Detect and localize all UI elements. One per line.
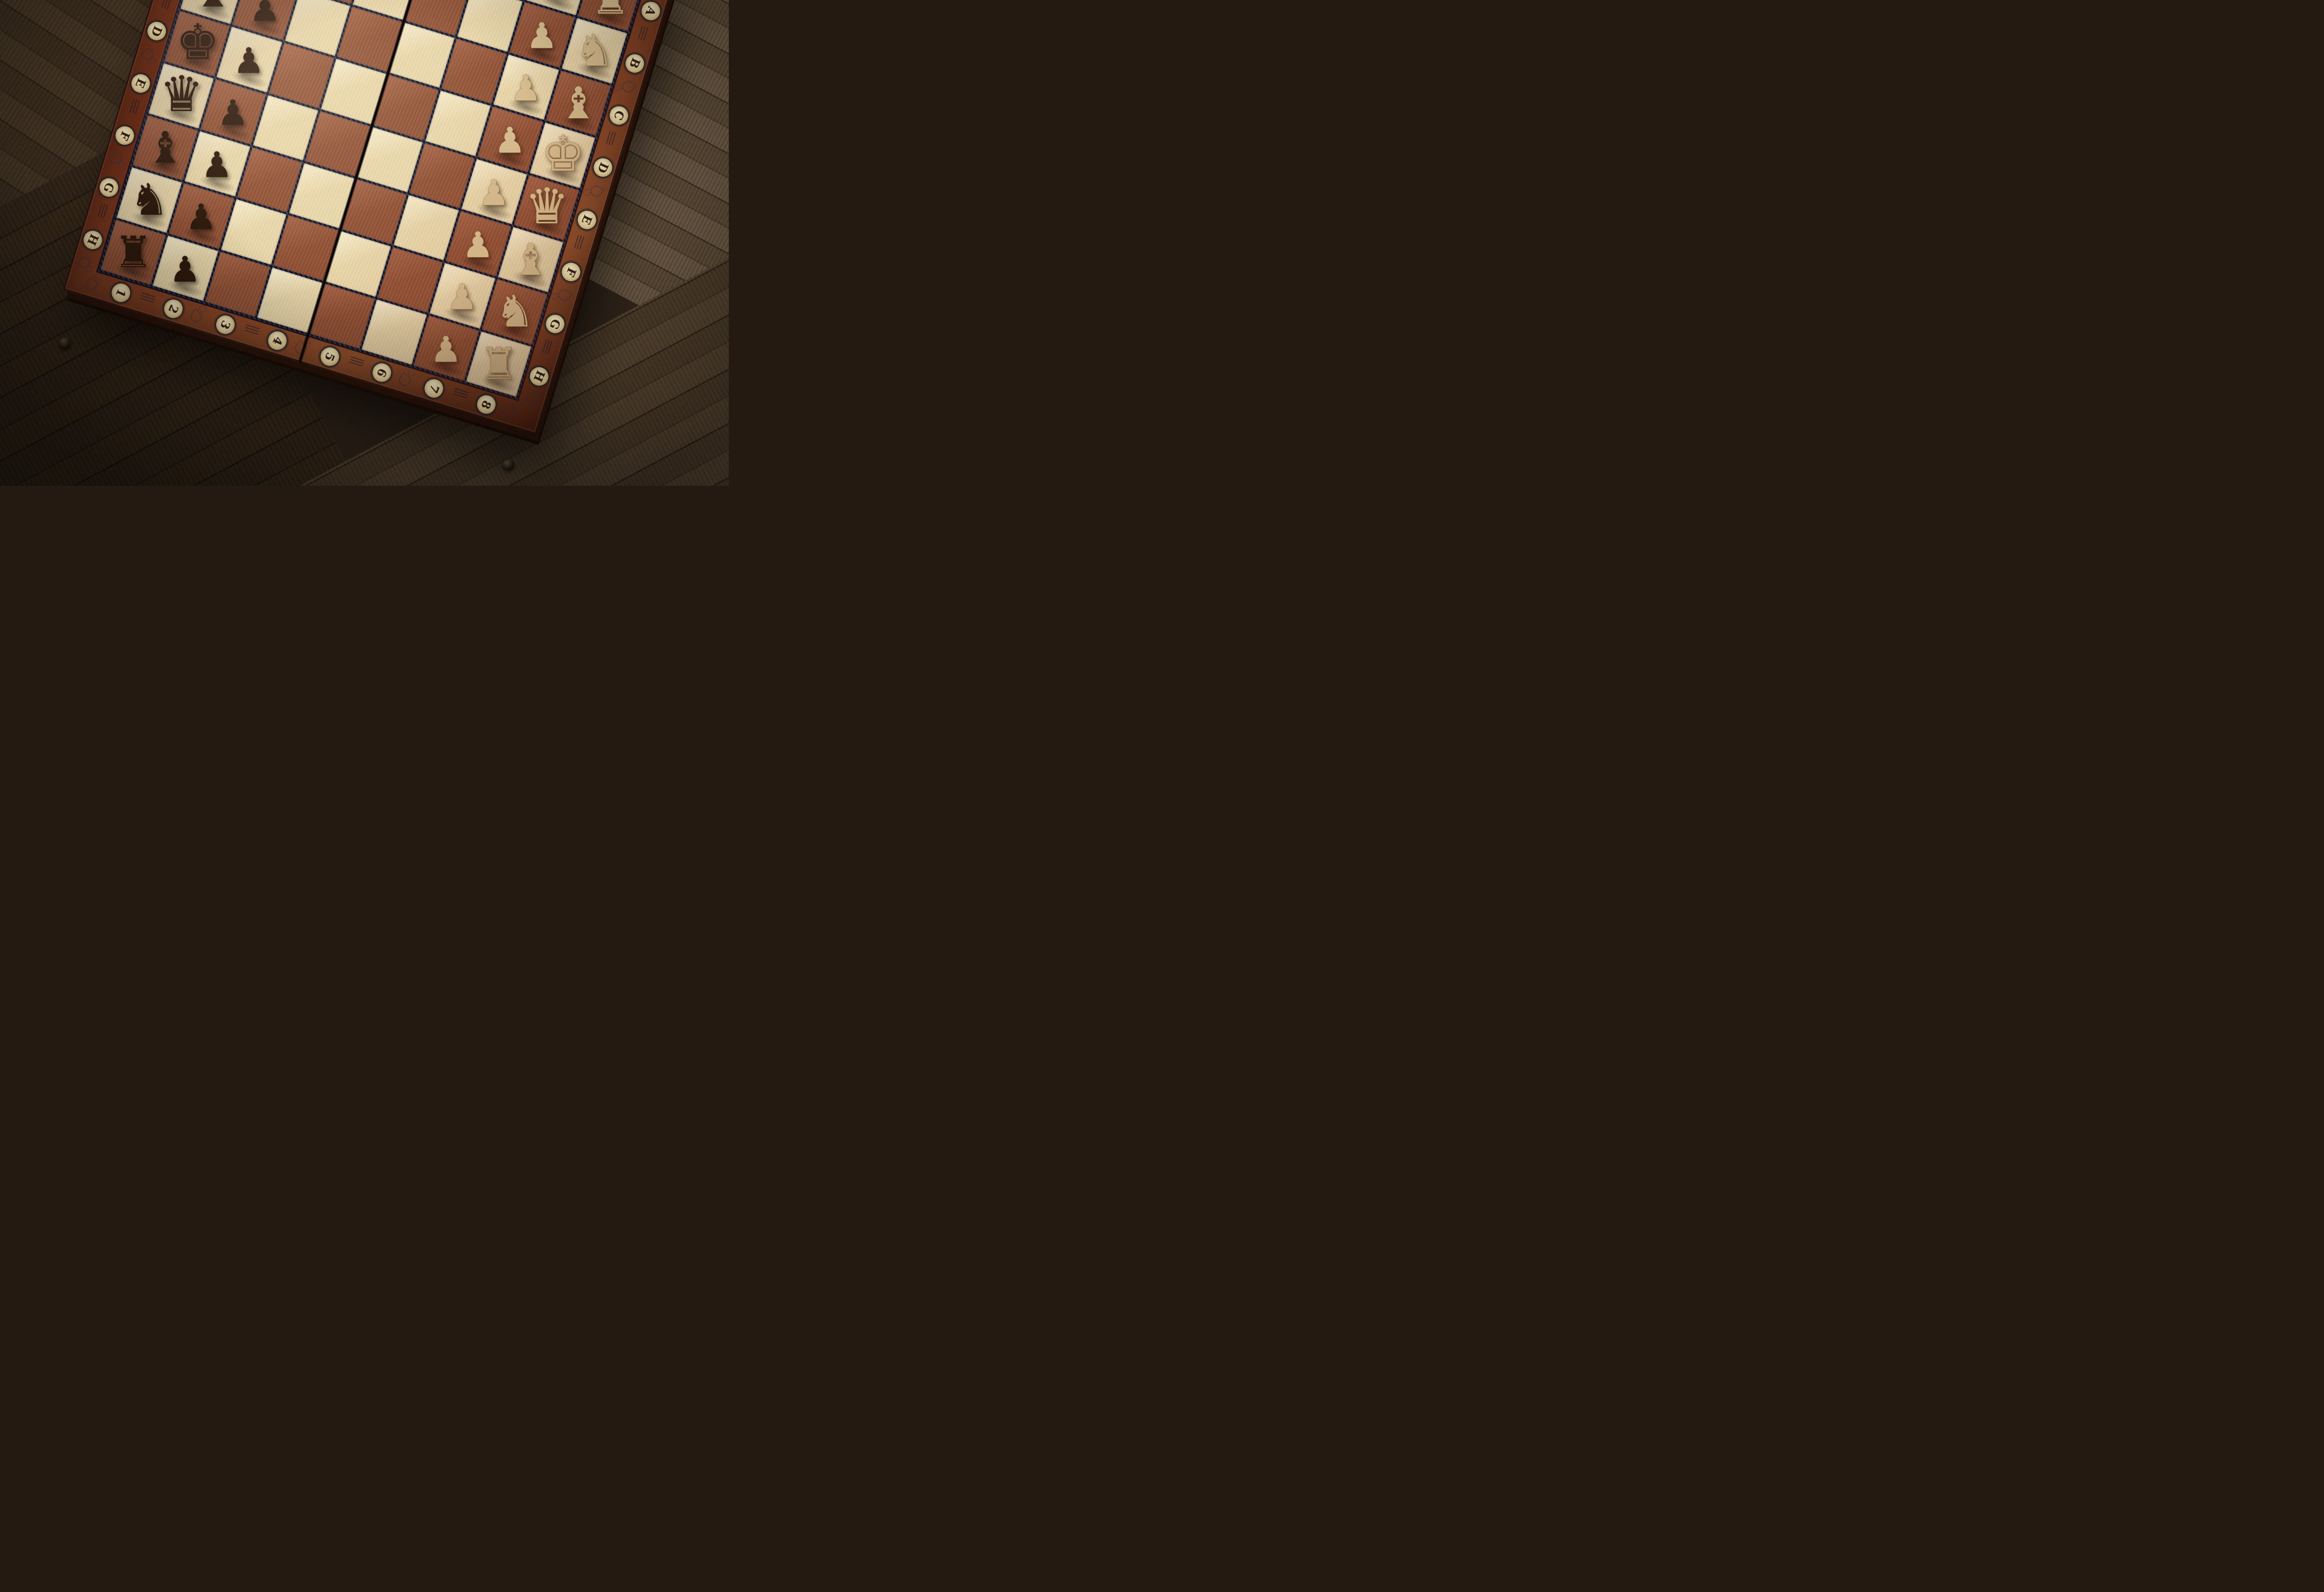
chess-piece-glyph: ♝ <box>552 77 604 129</box>
tally-marks <box>349 356 364 367</box>
label-glyph: E <box>579 213 595 226</box>
tally-marks <box>542 339 553 354</box>
tally-marks <box>161 0 172 10</box>
border-scroll-ornament <box>582 188 591 196</box>
label-glyph: A <box>643 4 659 18</box>
rank-label-bottom-7: 7 <box>421 376 447 401</box>
chess-piece-glyph: ♟ <box>207 86 259 140</box>
label-glyph: 4 <box>270 334 285 347</box>
rank-label-bottom-8: 8 <box>474 392 499 417</box>
file-label-right-A: A <box>638 0 664 24</box>
rank-label-bottom-1: 1 <box>108 280 134 305</box>
chess-piece-glyph: ♟ <box>484 113 536 168</box>
label-glyph: C <box>611 108 627 122</box>
border-scroll-ornament <box>588 183 605 199</box>
tally-marks <box>453 387 469 398</box>
chess-piece-glyph: ♟ <box>500 61 552 116</box>
chess-piece-glyph: ♝ <box>139 122 191 174</box>
file-label-right-C: C <box>606 103 632 128</box>
chess-piece-glyph: ♟ <box>468 165 520 220</box>
file-label-left-F: F <box>112 123 138 148</box>
chess-piece-glyph: ♚ <box>172 18 224 67</box>
chess-piece-glyph: ♟ <box>191 138 243 192</box>
file-label-left-D: D <box>144 19 170 44</box>
chess-piece-glyph: ♟ <box>420 322 472 377</box>
chess-piece-glyph: ♜ <box>473 338 525 390</box>
table-screw <box>503 459 514 470</box>
border-scroll-ornament <box>117 159 125 168</box>
chess-piece-glyph: ♟ <box>159 242 211 297</box>
file-label-left-E: E <box>128 71 153 96</box>
label-glyph: H <box>85 232 101 247</box>
chess-piece-glyph: ♝ <box>504 233 556 285</box>
chess-piece-glyph: ♚ <box>537 129 589 178</box>
chess-piece-glyph: ♟ <box>436 270 488 324</box>
border-scroll-ornament <box>620 78 636 95</box>
label-glyph: F <box>563 265 579 278</box>
tally-marks <box>574 235 585 250</box>
rank-label-bottom-6: 6 <box>369 360 395 385</box>
label-glyph: D <box>148 24 165 39</box>
label-glyph: G <box>547 317 563 331</box>
tally-marks <box>98 203 109 218</box>
tally-marks <box>638 26 649 41</box>
chess-piece-glyph: ♛ <box>521 181 573 231</box>
border-scroll-ornament <box>550 292 559 301</box>
label-glyph: D <box>595 160 611 175</box>
label-glyph: F <box>117 129 133 142</box>
label-glyph: 8 <box>478 398 494 411</box>
tally-marks <box>130 99 141 114</box>
tally-marks <box>606 130 617 145</box>
label-glyph: H <box>531 369 548 384</box>
rank-label-bottom-2: 2 <box>160 296 186 322</box>
tally-marks <box>140 291 156 303</box>
tally-marks <box>244 324 260 335</box>
piece-black-pawn-h2[interactable]: ♟ <box>153 236 218 301</box>
border-scroll-ornament <box>614 84 622 92</box>
chess-piece-glyph: ♟ <box>223 33 275 88</box>
label-glyph: 1 <box>113 286 129 299</box>
chess-piece-glyph: ♟ <box>452 218 504 272</box>
chess-piece-glyph: ♟ <box>175 190 227 245</box>
chess-piece-glyph: ♟ <box>515 9 568 64</box>
square-h8[interactable]: ♜ <box>466 331 531 396</box>
square-h2[interactable]: ♟ <box>153 236 218 301</box>
chess-piece-glyph: ♜ <box>584 0 636 25</box>
file-label-right-E: E <box>574 207 600 232</box>
file-label-right-G: G <box>542 311 568 337</box>
file-label-right-D: D <box>590 155 616 180</box>
table-screw <box>59 337 71 349</box>
rank-label-bottom-4: 4 <box>265 328 290 353</box>
file-label-right-F: F <box>558 259 584 285</box>
chess-piece-glyph: ♟ <box>239 0 291 36</box>
chess-piece-glyph: ♜ <box>107 226 159 278</box>
file-label-right-B: B <box>622 51 647 76</box>
border-scroll-ornament <box>519 396 527 405</box>
chess-piece-glyph: ♞ <box>123 174 175 226</box>
photo-scene: AA11BB22CC33DD44EE55FF66GG77HH88 ♜♟♟♜♞♟♟… <box>0 0 729 486</box>
border-scroll-ornament <box>524 391 541 408</box>
chess-piece-glyph: ♛ <box>156 70 208 119</box>
label-glyph: 2 <box>165 302 181 315</box>
border-scroll-ornament <box>556 287 573 304</box>
file-label-left-G: G <box>96 175 122 200</box>
rank-label-bottom-3: 3 <box>212 312 238 337</box>
label-glyph: 3 <box>218 318 233 331</box>
piece-white-rook-h8[interactable]: ♜ <box>466 331 531 396</box>
file-label-right-H: H <box>526 363 552 389</box>
file-label-left-H: H <box>80 227 106 253</box>
label-glyph: 6 <box>374 366 390 379</box>
label-glyph: E <box>133 77 149 90</box>
rank-label-bottom-5: 5 <box>317 344 343 370</box>
label-glyph: 7 <box>426 382 442 395</box>
label-glyph: G <box>101 180 117 195</box>
label-glyph: 5 <box>322 350 338 363</box>
chess-piece-glyph: ♞ <box>568 25 621 77</box>
chess-piece-glyph: ♞ <box>489 286 541 338</box>
label-glyph: B <box>627 56 643 71</box>
border-scroll-ornament <box>85 264 93 272</box>
